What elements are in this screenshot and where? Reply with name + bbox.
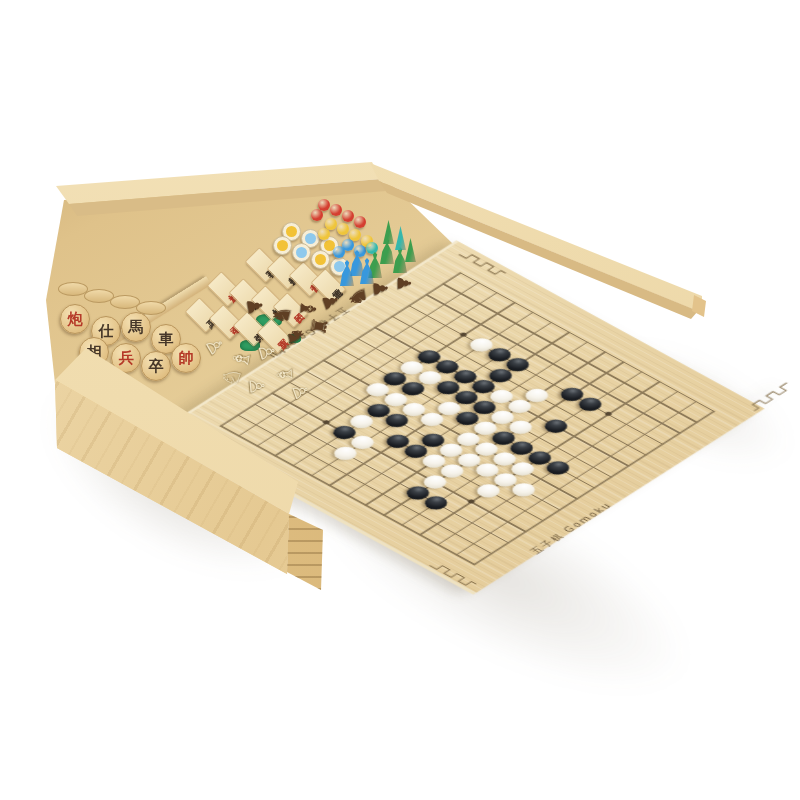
- xiangqi-piece: 帥: [171, 343, 201, 373]
- game-ball: [337, 223, 349, 235]
- chess-piece-dark: ♜: [308, 315, 331, 336]
- animal-chess-disc: [273, 236, 292, 255]
- game-ball: [342, 210, 354, 222]
- chess-piece-dark: ♟: [244, 295, 267, 316]
- chess-piece-dark: ♟: [370, 279, 390, 298]
- xiangqi-piece: 炮: [60, 304, 90, 334]
- game-ball: [354, 216, 366, 228]
- game-ball: [330, 204, 342, 216]
- game-ball: [311, 209, 323, 221]
- chess-piece-light: ♙: [246, 376, 267, 396]
- xiangqi-piece: 馬: [121, 312, 151, 342]
- game-ball: [366, 242, 378, 254]
- chess-piece-dark: ♟: [395, 275, 413, 291]
- game-ball: [318, 228, 330, 240]
- chess-piece-dark: ♞: [345, 285, 370, 308]
- xiangqi-piece: 卒: [141, 351, 171, 381]
- animal-chess-disc: [311, 250, 330, 269]
- animal-chess-disc: [292, 243, 311, 262]
- chess-piece-light: ♗: [274, 364, 297, 385]
- game-ball: [333, 246, 345, 258]
- product-photo-scene: 五子棋 Gomoku 五子棋 Gomoku 炮仕馬車相兵卒帥军长师长营长地雷旅长…: [0, 0, 800, 800]
